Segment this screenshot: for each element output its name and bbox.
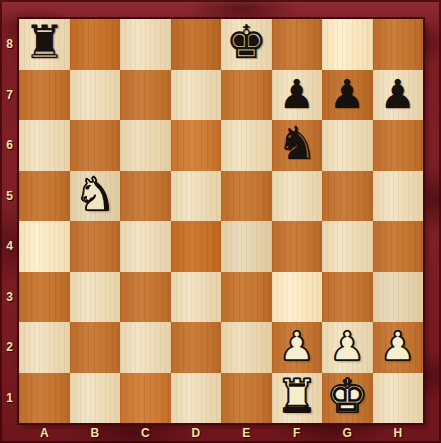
square-c5[interactable] xyxy=(120,171,171,222)
square-f8[interactable] xyxy=(272,19,323,70)
square-g5[interactable] xyxy=(322,171,373,222)
file-label-e: E xyxy=(221,423,272,443)
file-label-b: B xyxy=(70,423,121,443)
square-f1[interactable]: ♜ xyxy=(272,373,323,424)
square-f3[interactable] xyxy=(272,272,323,323)
square-f2[interactable]: ♟ xyxy=(272,322,323,373)
square-e8[interactable]: ♚ xyxy=(221,19,272,70)
file-label-h: H xyxy=(373,423,424,443)
square-g8[interactable] xyxy=(322,19,373,70)
square-b8[interactable] xyxy=(70,19,121,70)
square-c1[interactable] xyxy=(120,373,171,424)
square-g3[interactable] xyxy=(322,272,373,323)
square-d5[interactable] xyxy=(171,171,222,222)
white-pawn-h2: ♟ xyxy=(380,326,416,366)
rank-label-7: 7 xyxy=(0,70,19,121)
rank-labels: 87654321 xyxy=(0,19,19,423)
rank-label-5: 5 xyxy=(0,171,19,222)
white-pawn-f2: ♟ xyxy=(279,326,315,366)
square-d7[interactable] xyxy=(171,70,222,121)
file-label-f: F xyxy=(272,423,323,443)
square-c2[interactable] xyxy=(120,322,171,373)
square-b3[interactable] xyxy=(70,272,121,323)
square-f4[interactable] xyxy=(272,221,323,272)
square-d8[interactable] xyxy=(171,19,222,70)
square-f7[interactable]: ♟ xyxy=(272,70,323,121)
square-e5[interactable] xyxy=(221,171,272,222)
rank-label-2: 2 xyxy=(0,322,19,373)
square-a6[interactable] xyxy=(19,120,70,171)
square-a8[interactable]: ♜ xyxy=(19,19,70,70)
square-h4[interactable] xyxy=(373,221,424,272)
square-h1[interactable] xyxy=(373,373,424,424)
white-knight-b5: ♞ xyxy=(74,171,115,217)
rank-label-4: 4 xyxy=(0,221,19,272)
square-e6[interactable] xyxy=(221,120,272,171)
square-h7[interactable]: ♟ xyxy=(373,70,424,121)
black-pawn-f7: ♟ xyxy=(279,74,315,114)
chess-app-window: 87654321 ♜♚♟♟♟♞♞♟♟♟♜♚ ABCDEFGH xyxy=(0,0,441,443)
square-b6[interactable] xyxy=(70,120,121,171)
file-labels: ABCDEFGH xyxy=(19,423,423,443)
square-c7[interactable] xyxy=(120,70,171,121)
square-d6[interactable] xyxy=(171,120,222,171)
square-c8[interactable] xyxy=(120,19,171,70)
square-e3[interactable] xyxy=(221,272,272,323)
square-g4[interactable] xyxy=(322,221,373,272)
file-label-c: C xyxy=(120,423,171,443)
file-label-g: G xyxy=(322,423,373,443)
square-h3[interactable] xyxy=(373,272,424,323)
square-e1[interactable] xyxy=(221,373,272,424)
square-c3[interactable] xyxy=(120,272,171,323)
white-king-g1: ♚ xyxy=(327,373,368,419)
square-b7[interactable] xyxy=(70,70,121,121)
square-g6[interactable] xyxy=(322,120,373,171)
square-d2[interactable] xyxy=(171,322,222,373)
square-h6[interactable] xyxy=(373,120,424,171)
square-e4[interactable] xyxy=(221,221,272,272)
rank-label-6: 6 xyxy=(0,120,19,171)
black-knight-f6: ♞ xyxy=(276,120,317,166)
file-label-a: A xyxy=(19,423,70,443)
square-g7[interactable]: ♟ xyxy=(322,70,373,121)
square-g1[interactable]: ♚ xyxy=(322,373,373,424)
black-rook-a8: ♜ xyxy=(24,19,65,65)
white-rook-f1: ♜ xyxy=(276,373,317,419)
square-h5[interactable] xyxy=(373,171,424,222)
square-b1[interactable] xyxy=(70,373,121,424)
file-label-d: D xyxy=(171,423,222,443)
square-b2[interactable] xyxy=(70,322,121,373)
black-pawn-h7: ♟ xyxy=(380,74,416,114)
square-e7[interactable] xyxy=(221,70,272,121)
square-a4[interactable] xyxy=(19,221,70,272)
square-b5[interactable]: ♞ xyxy=(70,171,121,222)
square-a5[interactable] xyxy=(19,171,70,222)
square-e2[interactable] xyxy=(221,322,272,373)
square-d3[interactable] xyxy=(171,272,222,323)
square-d1[interactable] xyxy=(171,373,222,424)
square-c4[interactable] xyxy=(120,221,171,272)
black-pawn-g7: ♟ xyxy=(329,74,365,114)
white-pawn-g2: ♟ xyxy=(329,326,365,366)
square-f6[interactable]: ♞ xyxy=(272,120,323,171)
square-f5[interactable] xyxy=(272,171,323,222)
board: ♜♚♟♟♟♞♞♟♟♟♜♚ xyxy=(19,19,423,423)
square-h8[interactable] xyxy=(373,19,424,70)
square-b4[interactable] xyxy=(70,221,121,272)
black-king-e8: ♚ xyxy=(226,19,267,65)
square-c6[interactable] xyxy=(120,120,171,171)
square-a7[interactable] xyxy=(19,70,70,121)
square-a3[interactable] xyxy=(19,272,70,323)
square-a2[interactable] xyxy=(19,322,70,373)
square-d4[interactable] xyxy=(171,221,222,272)
rank-label-3: 3 xyxy=(0,272,19,323)
square-h2[interactable]: ♟ xyxy=(373,322,424,373)
square-a1[interactable] xyxy=(19,373,70,424)
square-g2[interactable]: ♟ xyxy=(322,322,373,373)
rank-label-8: 8 xyxy=(0,19,19,70)
rank-label-1: 1 xyxy=(0,373,19,424)
